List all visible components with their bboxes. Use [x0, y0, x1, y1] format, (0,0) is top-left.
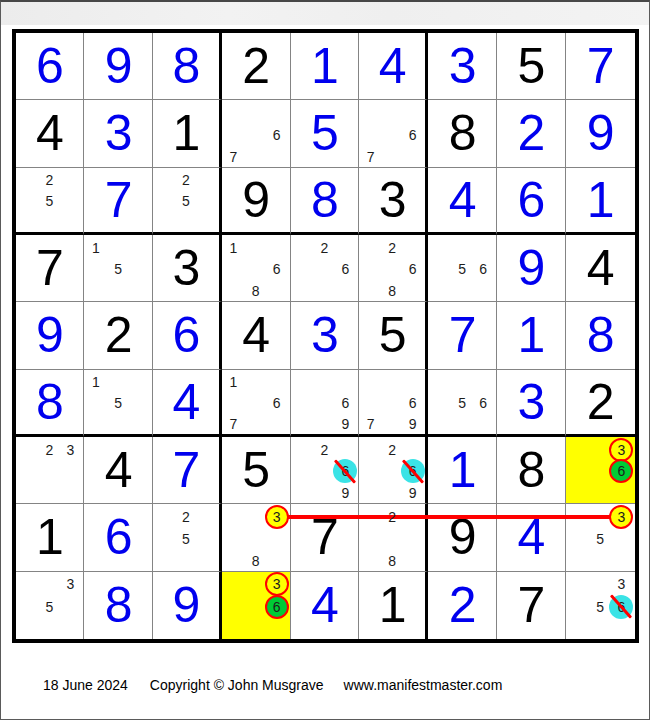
candidate-5: 5	[588, 527, 612, 551]
cell-r1c6[interactable]: 4	[359, 33, 428, 100]
solved-digit: 5	[291, 100, 359, 166]
footer-website: www.manifestmaster.com	[344, 677, 503, 693]
cell-r1c7[interactable]: 3	[428, 33, 497, 100]
given-digit: 7	[497, 572, 565, 639]
cell-r1c9[interactable]: 7	[566, 33, 635, 100]
candidate-6-cyan-strike: 6	[609, 595, 633, 619]
candidate-5: 5	[106, 257, 130, 281]
cell-r9c6[interactable]: 1	[359, 572, 428, 639]
cell-r8c1[interactable]: 1	[16, 504, 85, 571]
candidate-1: 1	[84, 370, 108, 394]
candidate-6-green-circle: 6	[265, 595, 289, 619]
candidate-6: 6	[265, 391, 289, 415]
footer-copyright: Copyright © John Musgrave	[150, 677, 324, 693]
cell-r1c5[interactable]: 1	[291, 33, 360, 100]
board-area: 6982143574316756782925725983461715316826…	[12, 29, 639, 643]
solved-digit: 7	[84, 168, 152, 232]
candidate-2: 2	[380, 505, 404, 529]
cell-r6c5[interactable]: 69	[291, 370, 360, 437]
given-digit: 3	[153, 235, 219, 301]
candidate-7: 7	[221, 145, 245, 169]
candidate-3-red-circle: 3	[609, 505, 633, 529]
candidate-6: 6	[401, 257, 425, 281]
footer: 18 June 2024Copyright © John Musgravewww…	[43, 677, 649, 693]
cell-r9c9[interactable]: 356	[566, 572, 635, 639]
given-digit: 2	[84, 302, 152, 368]
cell-r7c1[interactable]: 23	[16, 437, 85, 504]
cell-r3c6[interactable]: 3	[359, 168, 428, 235]
cell-r4c6[interactable]: 268	[359, 235, 428, 302]
solved-digit: 8	[16, 370, 84, 434]
candidate-3-red-circle: 3	[265, 505, 289, 529]
cell-r5c9[interactable]: 8	[566, 302, 635, 369]
solved-digit: 9	[497, 235, 565, 301]
candidate-6: 6	[471, 257, 495, 281]
given-digit: 8	[428, 100, 496, 166]
cell-r3c8[interactable]: 6	[497, 168, 566, 235]
cell-r7c5[interactable]: 269	[291, 437, 360, 504]
cell-r2c2[interactable]: 3	[84, 100, 153, 167]
candidate-6: 6	[265, 123, 289, 147]
cell-r5c4[interactable]: 4	[222, 302, 291, 369]
given-digit: 5	[222, 437, 290, 503]
solved-digit: 4	[359, 33, 425, 99]
cell-r2c1[interactable]: 4	[16, 100, 85, 167]
solved-digit: 1	[291, 33, 359, 99]
cell-r6c8[interactable]: 3	[497, 370, 566, 437]
given-digit: 4	[16, 100, 84, 166]
cell-r2c7[interactable]: 8	[428, 100, 497, 167]
candidate-1: 1	[221, 370, 245, 394]
cell-r3c2[interactable]: 7	[84, 168, 153, 235]
solved-digit: 1	[566, 168, 635, 232]
candidate-6-green-circle: 6	[609, 459, 633, 483]
cell-r2c3[interactable]: 1	[153, 100, 222, 167]
given-digit: 5	[359, 302, 425, 368]
cell-r4c9[interactable]: 4	[566, 235, 635, 302]
candidate-2: 2	[380, 438, 404, 462]
given-digit: 4	[84, 437, 152, 503]
given-digit: 4	[566, 235, 635, 301]
candidate-5: 5	[174, 527, 198, 551]
cell-r9c7[interactable]: 2	[428, 572, 497, 639]
cell-r1c2[interactable]: 9	[84, 33, 153, 100]
cell-r2c8[interactable]: 2	[497, 100, 566, 167]
cell-r4c2[interactable]: 15	[84, 235, 153, 302]
given-digit: 1	[16, 504, 84, 570]
solved-digit: 3	[497, 370, 565, 434]
candidate-7: 7	[221, 412, 245, 436]
cell-r8c2[interactable]: 6	[84, 504, 153, 571]
given-digit: 5	[497, 33, 565, 99]
cell-r1c1[interactable]: 6	[16, 33, 85, 100]
candidate-3: 3	[58, 572, 82, 596]
candidate-5: 5	[37, 595, 61, 619]
solved-digit: 6	[153, 302, 219, 368]
solved-digit: 7	[566, 33, 635, 99]
window-titlebar	[1, 2, 649, 25]
candidate-7: 7	[359, 145, 383, 169]
solved-digit: 4	[428, 168, 496, 232]
cell-r6c7[interactable]: 56	[428, 370, 497, 437]
cell-r5c8[interactable]: 1	[497, 302, 566, 369]
cell-r5c3[interactable]: 6	[153, 302, 222, 369]
given-digit: 1	[359, 572, 425, 639]
cell-r1c3[interactable]: 8	[153, 33, 222, 100]
candidate-3: 3	[58, 438, 82, 462]
cell-r3c7[interactable]: 4	[428, 168, 497, 235]
cell-r4c8[interactable]: 9	[497, 235, 566, 302]
candidate-9: 9	[333, 412, 357, 436]
cell-r7c7[interactable]: 1	[428, 437, 497, 504]
cell-r6c6[interactable]: 679	[359, 370, 428, 437]
solved-digit: 2	[428, 572, 496, 639]
cell-r5c2[interactable]: 2	[84, 302, 153, 369]
cell-r1c4[interactable]: 2	[222, 33, 291, 100]
cell-r3c4[interactable]: 9	[222, 168, 291, 235]
solved-digit: 7	[153, 437, 219, 503]
cell-r3c3[interactable]: 25	[153, 168, 222, 235]
cell-r9c2[interactable]: 8	[84, 572, 153, 639]
given-digit: 7	[16, 235, 84, 301]
cell-r7c6[interactable]: 269	[359, 437, 428, 504]
cell-r4c1[interactable]: 7	[16, 235, 85, 302]
candidate-9: 9	[401, 481, 425, 505]
cell-r9c5[interactable]: 4	[291, 572, 360, 639]
chain-link-line	[278, 515, 622, 519]
solved-digit: 7	[428, 302, 496, 368]
candidate-1: 1	[221, 236, 245, 260]
candidate-2: 2	[312, 236, 336, 260]
solved-digit: 3	[428, 33, 496, 99]
candidate-8: 8	[244, 279, 268, 303]
candidate-1: 1	[84, 236, 108, 260]
solved-digit: 9	[16, 302, 84, 368]
cell-r6c1[interactable]: 8	[16, 370, 85, 437]
cell-r9c4[interactable]: 36	[222, 572, 291, 639]
candidate-6-cyan-strike: 6	[333, 459, 357, 483]
candidate-3: 3	[609, 572, 633, 596]
cell-r4c5[interactable]: 26	[291, 235, 360, 302]
given-digit: 8	[497, 437, 565, 503]
cell-r9c1[interactable]: 35	[16, 572, 85, 639]
cell-r6c3[interactable]: 4	[153, 370, 222, 437]
given-digit: 4	[222, 302, 290, 368]
solved-digit: 6	[84, 504, 152, 570]
candidate-6-cyan-strike: 6	[401, 459, 425, 483]
candidate-7: 7	[359, 412, 383, 436]
cell-r8c4[interactable]: 38	[222, 504, 291, 571]
solved-digit: 9	[153, 572, 219, 639]
cell-r4c7[interactable]: 56	[428, 235, 497, 302]
solved-digit: 8	[153, 33, 219, 99]
candidate-5: 5	[37, 189, 61, 213]
solved-digit: 4	[291, 572, 359, 639]
candidate-9: 9	[333, 481, 357, 505]
cell-r5c5[interactable]: 3	[291, 302, 360, 369]
cell-r8c3[interactable]: 25	[153, 504, 222, 571]
given-digit: 2	[222, 33, 290, 99]
candidate-8: 8	[380, 549, 404, 573]
cell-r7c4[interactable]: 5	[222, 437, 291, 504]
solved-digit: 8	[291, 168, 359, 232]
cell-r3c1[interactable]: 25	[16, 168, 85, 235]
candidate-5: 5	[106, 391, 130, 415]
given-digit: 2	[566, 370, 635, 434]
solved-digit: 6	[16, 33, 84, 99]
cell-r1c8[interactable]: 5	[497, 33, 566, 100]
sudoku-board[interactable]: 6982143574316756782925725983461715316826…	[12, 29, 639, 643]
cell-r7c2[interactable]: 4	[84, 437, 153, 504]
cell-r6c4[interactable]: 167	[222, 370, 291, 437]
solved-digit: 8	[566, 302, 635, 368]
candidate-3-red-circle: 3	[265, 572, 289, 596]
candidate-8: 8	[244, 549, 268, 573]
given-digit: 3	[359, 168, 425, 232]
solved-digit: 1	[428, 437, 496, 503]
cell-r7c9[interactable]: 36	[566, 437, 635, 504]
solved-digit: 6	[497, 168, 565, 232]
footer-date: 18 June 2024	[43, 677, 128, 693]
cell-r6c2[interactable]: 15	[84, 370, 153, 437]
cell-r4c4[interactable]: 168	[222, 235, 291, 302]
window-frame: 6982143574316756782925725983461715316826…	[0, 0, 650, 720]
cell-r9c8[interactable]: 7	[497, 572, 566, 639]
solved-digit: 3	[84, 100, 152, 166]
solved-digit: 9	[566, 100, 635, 166]
cell-r6c9[interactable]: 2	[566, 370, 635, 437]
given-digit: 9	[222, 168, 290, 232]
cell-r2c5[interactable]: 5	[291, 100, 360, 167]
candidate-2: 2	[174, 505, 198, 529]
cell-r7c3[interactable]: 7	[153, 437, 222, 504]
cell-r3c9[interactable]: 1	[566, 168, 635, 235]
candidate-6: 6	[333, 257, 357, 281]
cell-r2c4[interactable]: 67	[222, 100, 291, 167]
candidate-9: 9	[401, 412, 425, 436]
solved-digit: 8	[84, 572, 152, 639]
candidate-8: 8	[380, 279, 404, 303]
solved-digit: 9	[84, 33, 152, 99]
candidate-6: 6	[471, 391, 495, 415]
candidate-3-red-circle: 3	[609, 438, 633, 462]
cell-r3c5[interactable]: 8	[291, 168, 360, 235]
candidate-5: 5	[174, 189, 198, 213]
candidate-6: 6	[401, 123, 425, 147]
solved-digit: 4	[153, 370, 219, 434]
solved-digit: 1	[497, 302, 565, 368]
cell-r5c7[interactable]: 7	[428, 302, 497, 369]
cell-r2c9[interactable]: 9	[566, 100, 635, 167]
cell-r9c3[interactable]: 9	[153, 572, 222, 639]
cell-r5c6[interactable]: 5	[359, 302, 428, 369]
cell-r7c8[interactable]: 8	[497, 437, 566, 504]
solved-digit: 2	[497, 100, 565, 166]
candidate-6: 6	[265, 257, 289, 281]
cell-r2c6[interactable]: 67	[359, 100, 428, 167]
cell-r4c3[interactable]: 3	[153, 235, 222, 302]
cell-r5c1[interactable]: 9	[16, 302, 85, 369]
given-digit: 1	[153, 100, 219, 166]
candidate-2: 2	[380, 236, 404, 260]
solved-digit: 3	[291, 302, 359, 368]
candidate-2: 2	[312, 438, 336, 462]
